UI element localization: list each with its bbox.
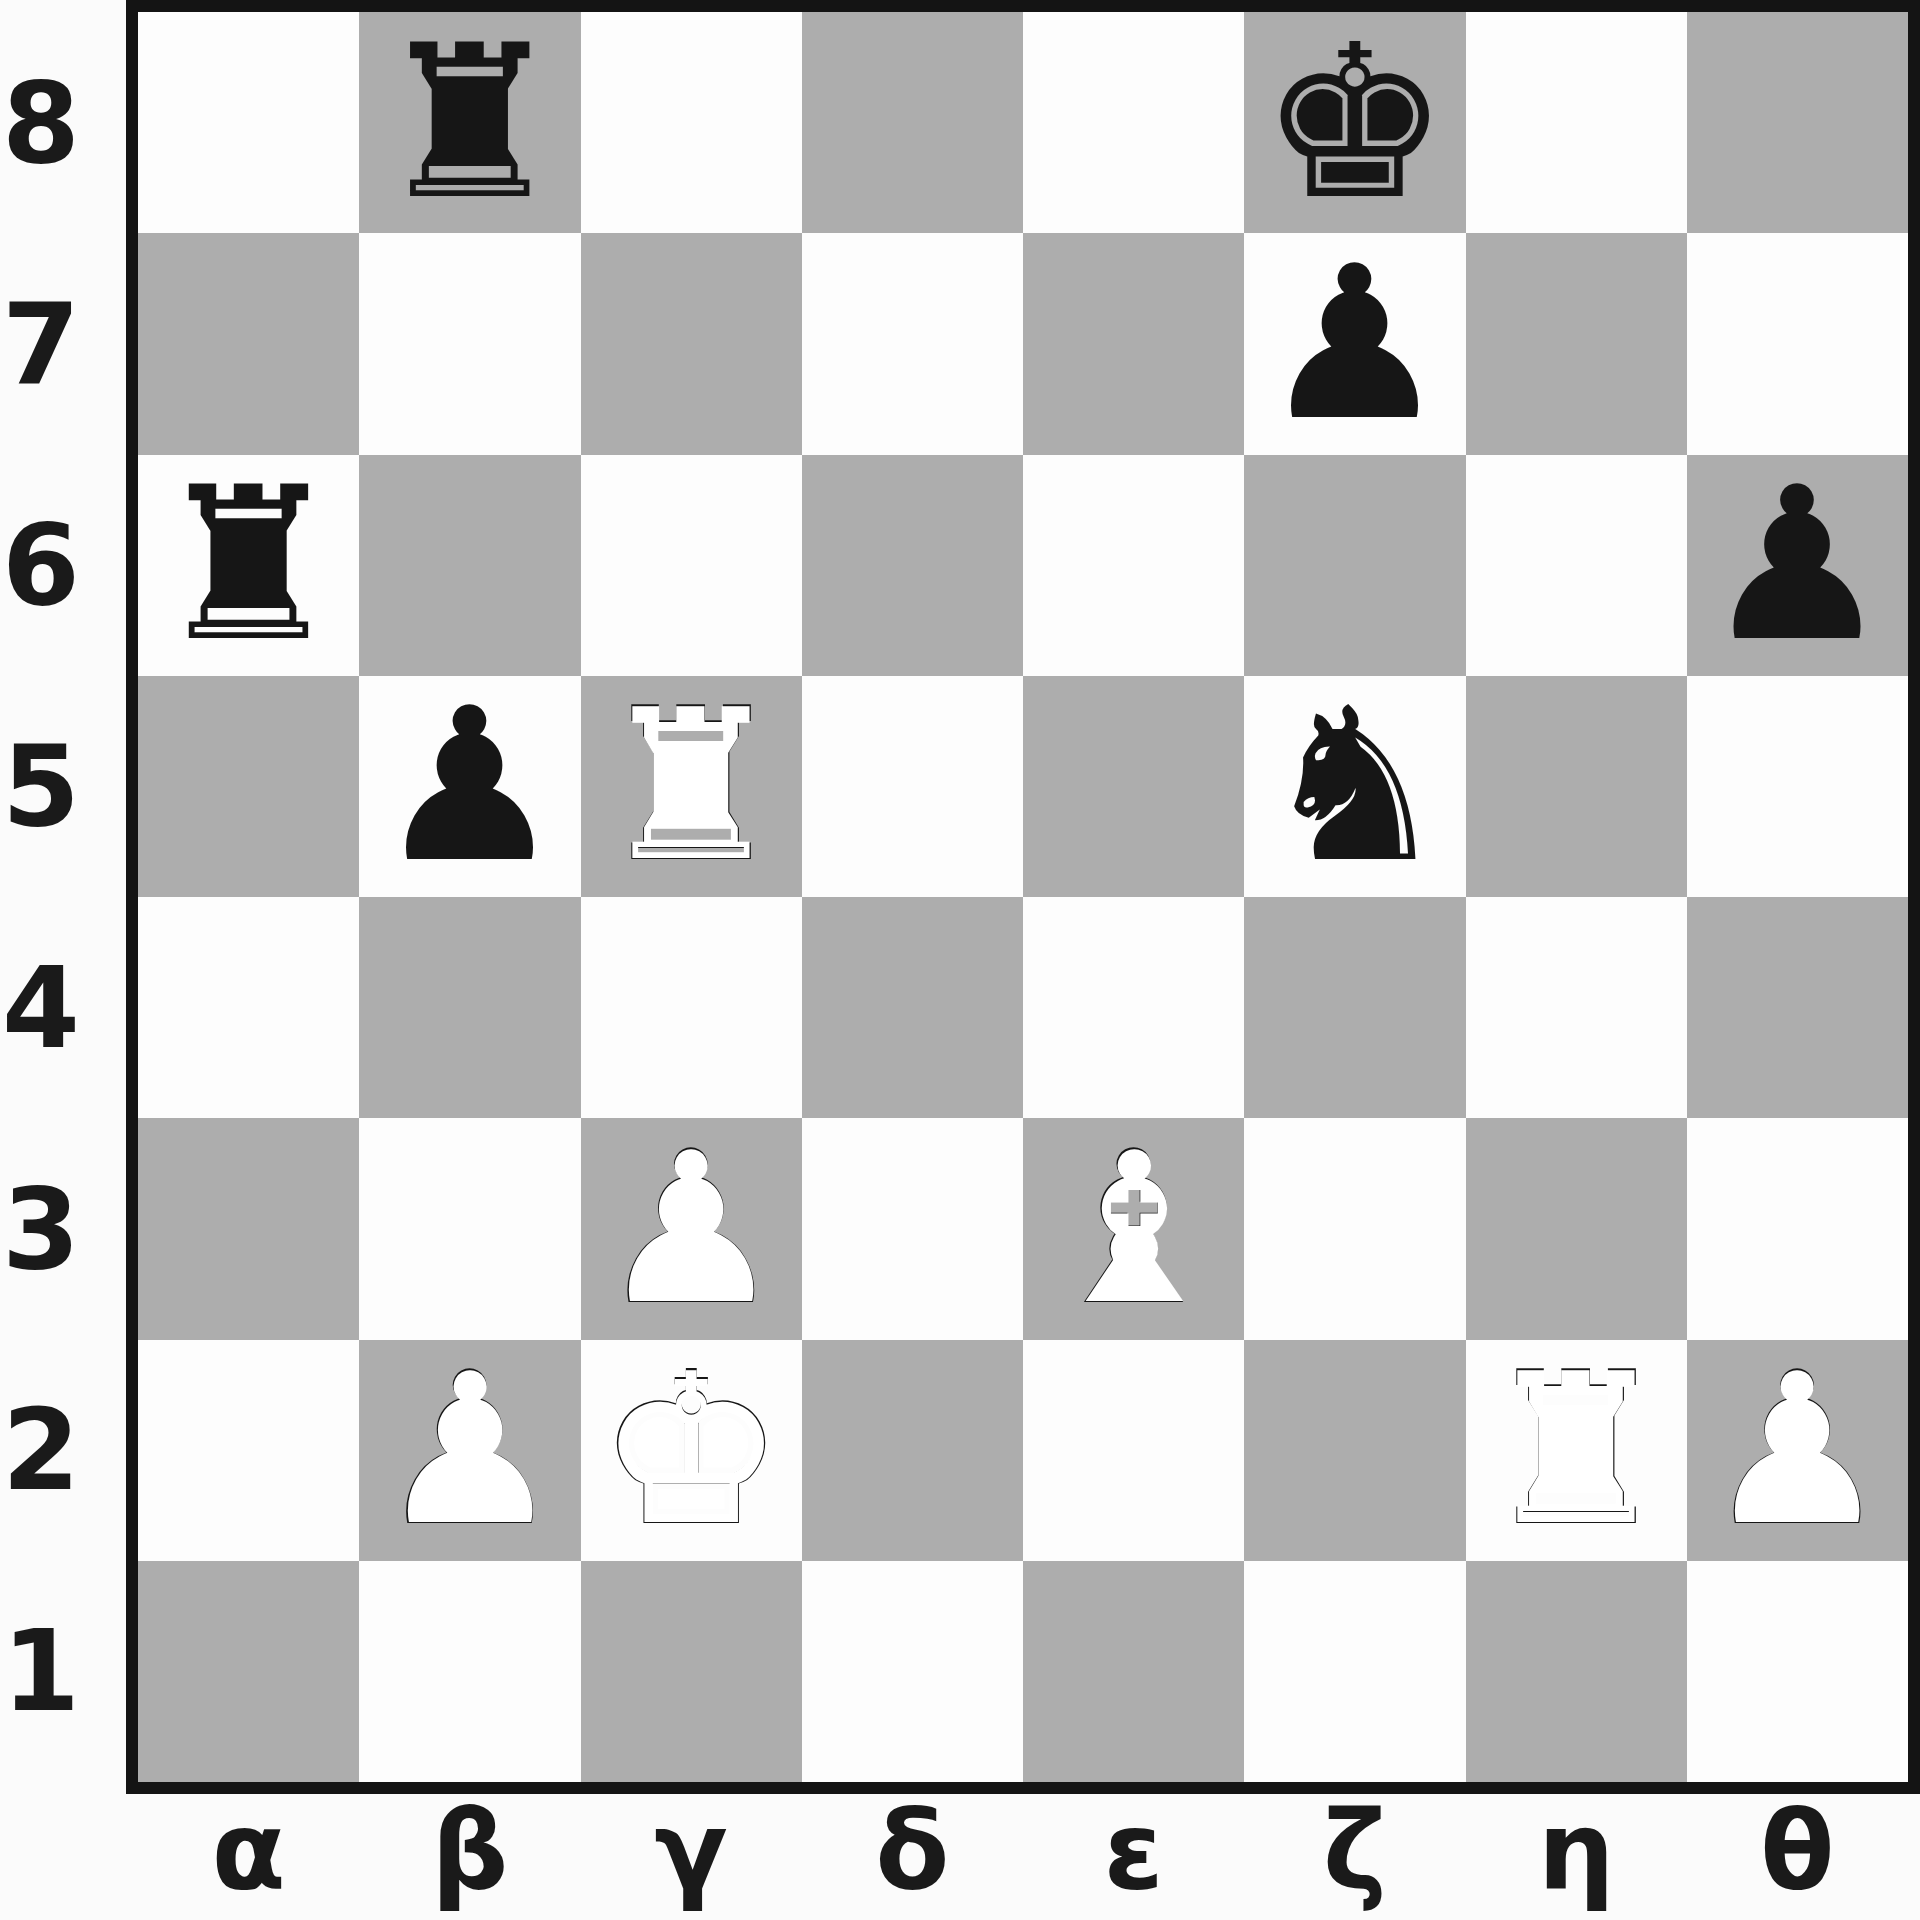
square-δ4[interactable] — [802, 897, 1023, 1118]
rank-labels: 87654321 — [0, 12, 126, 1782]
file-label-η: η — [1466, 1794, 1687, 1920]
square-γ5[interactable]: ♜♖ — [581, 676, 802, 897]
square-δ1[interactable] — [802, 1561, 1023, 1782]
file-labels: αβγδεζηθ — [138, 1794, 1908, 1920]
square-β1[interactable] — [359, 1561, 580, 1782]
square-γ4[interactable] — [581, 897, 802, 1118]
square-α5[interactable] — [138, 676, 359, 897]
square-ε6[interactable] — [1023, 455, 1244, 676]
square-η8[interactable] — [1466, 12, 1687, 233]
square-η1[interactable] — [1466, 1561, 1687, 1782]
square-β2[interactable]: ♟♙ — [359, 1340, 580, 1561]
square-η5[interactable] — [1466, 676, 1687, 897]
rank-label-3: 3 — [0, 1118, 126, 1339]
square-ε2[interactable] — [1023, 1340, 1244, 1561]
square-δ5[interactable] — [802, 676, 1023, 897]
square-θ1[interactable] — [1687, 1561, 1908, 1782]
square-β3[interactable] — [359, 1118, 580, 1339]
square-γ2[interactable]: ♚♔ — [581, 1340, 802, 1561]
square-α3[interactable] — [138, 1118, 359, 1339]
white-pawn-θ2[interactable]: ♟♙ — [1691, 1344, 1903, 1556]
black-pawn-β5[interactable]: ♟ — [364, 680, 576, 892]
file-label-α: α — [138, 1794, 359, 1920]
rank-label-6: 6 — [0, 455, 126, 676]
black-rook-β8[interactable]: ♜ — [364, 17, 576, 229]
white-pawn-β2[interactable]: ♟♙ — [364, 1344, 576, 1556]
file-label-ε: ε — [1023, 1794, 1244, 1920]
square-ε3[interactable]: ♝♗ — [1023, 1118, 1244, 1339]
rank-label-1: 1 — [0, 1561, 126, 1782]
square-θ4[interactable] — [1687, 897, 1908, 1118]
square-α6[interactable]: ♜ — [138, 455, 359, 676]
square-θ2[interactable]: ♟♙ — [1687, 1340, 1908, 1561]
square-θ5[interactable] — [1687, 676, 1908, 897]
square-δ6[interactable] — [802, 455, 1023, 676]
square-δ7[interactable] — [802, 233, 1023, 454]
black-pawn-ζ7[interactable]: ♟ — [1249, 238, 1461, 450]
chess-board: ♜♚♟♜♟♟♜♖♞♟♙♝♗♟♙♚♔♜♖♟♙ — [126, 0, 1920, 1794]
square-γ1[interactable] — [581, 1561, 802, 1782]
white-pawn-γ3[interactable]: ♟♙ — [585, 1123, 797, 1335]
file-label-β: β — [359, 1794, 580, 1920]
black-pawn-θ6[interactable]: ♟ — [1691, 459, 1903, 671]
square-ε1[interactable] — [1023, 1561, 1244, 1782]
square-β7[interactable] — [359, 233, 580, 454]
chess-diagram: 87654321 ♜♚♟♜♟♟♜♖♞♟♙♝♗♟♙♚♔♜♖♟♙ αβγδεζηθ — [0, 0, 1920, 1920]
square-θ8[interactable] — [1687, 12, 1908, 233]
white-rook-η2[interactable]: ♜♖ — [1470, 1344, 1682, 1556]
rank-label-2: 2 — [0, 1340, 126, 1561]
file-label-δ: δ — [802, 1794, 1023, 1920]
file-label-θ: θ — [1687, 1794, 1908, 1920]
square-η2[interactable]: ♜♖ — [1466, 1340, 1687, 1561]
square-γ8[interactable] — [581, 12, 802, 233]
square-ζ3[interactable] — [1244, 1118, 1465, 1339]
black-rook-α6[interactable]: ♜ — [143, 459, 355, 671]
square-α1[interactable] — [138, 1561, 359, 1782]
square-γ7[interactable] — [581, 233, 802, 454]
square-ζ6[interactable] — [1244, 455, 1465, 676]
square-γ3[interactable]: ♟♙ — [581, 1118, 802, 1339]
square-θ3[interactable] — [1687, 1118, 1908, 1339]
square-ε8[interactable] — [1023, 12, 1244, 233]
rank-label-7: 7 — [0, 233, 126, 454]
square-η3[interactable] — [1466, 1118, 1687, 1339]
rank-label-5: 5 — [0, 676, 126, 897]
square-ε4[interactable] — [1023, 897, 1244, 1118]
square-β6[interactable] — [359, 455, 580, 676]
square-ζ1[interactable] — [1244, 1561, 1465, 1782]
square-δ8[interactable] — [802, 12, 1023, 233]
white-bishop-ε3[interactable]: ♝♗ — [1028, 1123, 1240, 1335]
square-η6[interactable] — [1466, 455, 1687, 676]
square-ζ4[interactable] — [1244, 897, 1465, 1118]
square-η4[interactable] — [1466, 897, 1687, 1118]
square-η7[interactable] — [1466, 233, 1687, 454]
rank-label-8: 8 — [0, 12, 126, 233]
black-king-ζ8[interactable]: ♚ — [1249, 17, 1461, 229]
square-θ6[interactable]: ♟ — [1687, 455, 1908, 676]
white-king-γ2[interactable]: ♚♔ — [585, 1344, 797, 1556]
rank-label-4: 4 — [0, 897, 126, 1118]
square-ζ5[interactable]: ♞ — [1244, 676, 1465, 897]
square-α7[interactable] — [138, 233, 359, 454]
square-ε5[interactable] — [1023, 676, 1244, 897]
square-ζ2[interactable] — [1244, 1340, 1465, 1561]
square-β4[interactable] — [359, 897, 580, 1118]
square-ζ7[interactable]: ♟ — [1244, 233, 1465, 454]
square-γ6[interactable] — [581, 455, 802, 676]
square-α2[interactable] — [138, 1340, 359, 1561]
square-β8[interactable]: ♜ — [359, 12, 580, 233]
white-rook-γ5[interactable]: ♜♖ — [585, 680, 797, 892]
file-label-ζ: ζ — [1244, 1794, 1465, 1920]
square-δ2[interactable] — [802, 1340, 1023, 1561]
black-knight-ζ5[interactable]: ♞ — [1249, 680, 1461, 892]
square-ε7[interactable] — [1023, 233, 1244, 454]
square-α4[interactable] — [138, 897, 359, 1118]
square-δ3[interactable] — [802, 1118, 1023, 1339]
square-β5[interactable]: ♟ — [359, 676, 580, 897]
square-θ7[interactable] — [1687, 233, 1908, 454]
file-label-γ: γ — [581, 1794, 802, 1920]
square-ζ8[interactable]: ♚ — [1244, 12, 1465, 233]
square-α8[interactable] — [138, 12, 359, 233]
